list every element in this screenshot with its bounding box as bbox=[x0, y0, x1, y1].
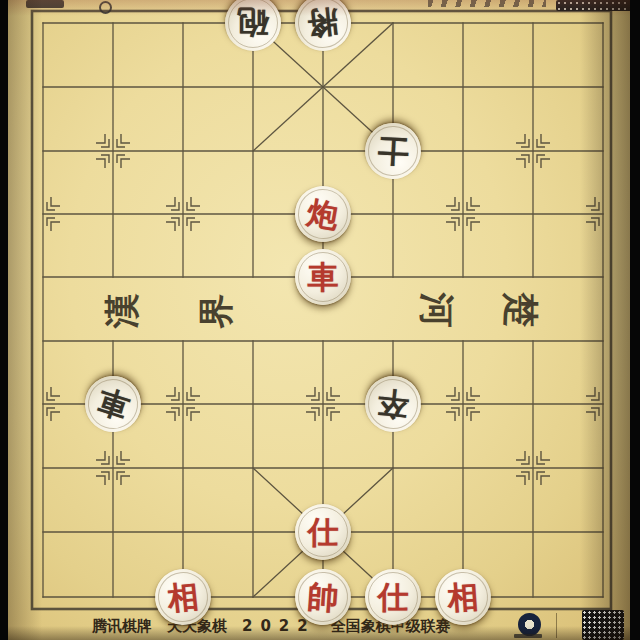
piece-black-soldier-f6[interactable]: 卒 bbox=[362, 373, 424, 435]
black-general-glyph: 將 bbox=[306, 6, 340, 40]
red-cannon-glyph: 炮 bbox=[305, 196, 341, 232]
edge-bar-right bbox=[630, 0, 640, 640]
black-cannon-glyph: 砲 bbox=[238, 8, 269, 39]
piece-black-chariot-b6[interactable]: 車 bbox=[78, 369, 149, 440]
black-chariot-glyph: 車 bbox=[93, 384, 132, 423]
red-elephant-glyph: 相 bbox=[166, 580, 200, 614]
red-chariot-glyph: 車 bbox=[308, 262, 339, 293]
piece-black-general-e0[interactable]: 將 bbox=[292, 0, 354, 54]
black-soldier-glyph: 卒 bbox=[376, 387, 410, 421]
pieces-layer: 砲將士炮車車卒仕相帥仕相 bbox=[0, 0, 640, 640]
piece-black-cannon-d0[interactable]: 砲 bbox=[225, 0, 281, 51]
red-general-glyph: 帥 bbox=[306, 580, 339, 613]
red-elephant-glyph: 相 bbox=[446, 580, 479, 613]
piece-red-cannon-e3[interactable]: 炮 bbox=[291, 182, 356, 247]
red-advisor-glyph: 仕 bbox=[378, 582, 409, 613]
piece-red-advisor-f9[interactable]: 仕 bbox=[365, 569, 421, 625]
piece-red-chariot-e4[interactable]: 車 bbox=[295, 249, 351, 305]
piece-red-advisor-e8[interactable]: 仕 bbox=[295, 504, 351, 560]
red-advisor-glyph: 仕 bbox=[308, 517, 339, 548]
piece-red-elephant-g9[interactable]: 相 bbox=[433, 567, 493, 627]
piece-red-elephant-c9[interactable]: 相 bbox=[152, 566, 214, 628]
piece-black-advisor-f2[interactable]: 士 bbox=[364, 122, 423, 181]
edge-bar-left bbox=[0, 0, 8, 640]
broadcast-frame: 漢 界 河 楚 腾讯棋牌 天天象棋 2022 全国象棋甲级联赛 砲將士炮車車卒仕… bbox=[0, 0, 640, 640]
piece-red-general-e9[interactable]: 帥 bbox=[293, 567, 353, 627]
black-advisor-glyph: 士 bbox=[377, 135, 410, 168]
